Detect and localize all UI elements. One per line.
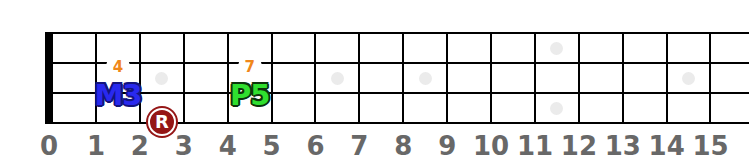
interval-marker-m3: M3 (94, 81, 141, 110)
fret-cell (404, 92, 448, 122)
fret-cell (624, 92, 668, 122)
inlay-dot-fret12 (550, 102, 563, 115)
fret-number-4: 4 (219, 133, 237, 159)
fret-number-2: 2 (131, 133, 149, 159)
fret-cell (492, 62, 536, 92)
fret-cell (141, 32, 185, 62)
fret-cell (360, 32, 404, 62)
fret-cell (448, 62, 492, 92)
fret-number-7: 7 (350, 133, 368, 159)
fret-number-8: 8 (394, 133, 412, 159)
fret-number-11: 11 (517, 133, 553, 159)
fret-number-3: 3 (175, 133, 193, 159)
fret-cell (404, 32, 448, 62)
fretboard-diagram: M34P57R0123456789101112131415 (0, 0, 749, 162)
fret-cell (53, 62, 97, 92)
fret-cell (580, 32, 624, 62)
fret-number-14: 14 (649, 133, 685, 159)
inlay-dot-fret9 (419, 72, 432, 85)
inlay-dot-fret7 (331, 72, 344, 85)
fret-cell (448, 92, 492, 122)
fret-cell (536, 62, 580, 92)
fret-cell (273, 62, 317, 92)
fret-number-0: 0 (40, 133, 58, 159)
fret-cell (185, 92, 229, 122)
fret-number-5: 5 (263, 133, 281, 159)
fret-cell (624, 32, 668, 62)
fret-cell (185, 32, 229, 62)
fret-number-6: 6 (306, 133, 324, 159)
fret-cell (316, 92, 360, 122)
fret-number-1: 1 (87, 133, 105, 159)
inlay-dot-fret3 (155, 72, 168, 85)
fret-cell (624, 62, 668, 92)
fret-number-15: 15 (693, 133, 729, 159)
fret-cell (711, 92, 749, 122)
fret-cell (492, 32, 536, 62)
fret-cell (316, 32, 360, 62)
fret-cell (711, 62, 749, 92)
fret-cell (53, 92, 97, 122)
badge-circled-4: 4 (106, 55, 130, 79)
fret-cell (185, 62, 229, 92)
fret-cell (53, 32, 97, 62)
fret-cell (711, 32, 749, 62)
interval-marker-p5: P5 (230, 81, 269, 110)
fret-cell (668, 92, 712, 122)
fret-cell (580, 92, 624, 122)
root-marker-label: R (155, 113, 169, 131)
fret-cell (668, 32, 712, 62)
fret-number-13: 13 (605, 133, 641, 159)
fret-number-10: 10 (473, 133, 509, 159)
fret-cell (360, 92, 404, 122)
inlay-dot-fret12 (550, 42, 563, 55)
root-marker: R (146, 106, 178, 138)
fret-cell (273, 32, 317, 62)
fret-number-12: 12 (561, 133, 597, 159)
fret-cell (580, 62, 624, 92)
fret-number-9: 9 (438, 133, 456, 159)
fret-cell (273, 92, 317, 122)
fret-cell (448, 32, 492, 62)
inlay-dot-fret15 (682, 72, 695, 85)
badge-circled-7: 7 (238, 55, 262, 79)
fret-cell (492, 92, 536, 122)
fret-cell (360, 62, 404, 92)
